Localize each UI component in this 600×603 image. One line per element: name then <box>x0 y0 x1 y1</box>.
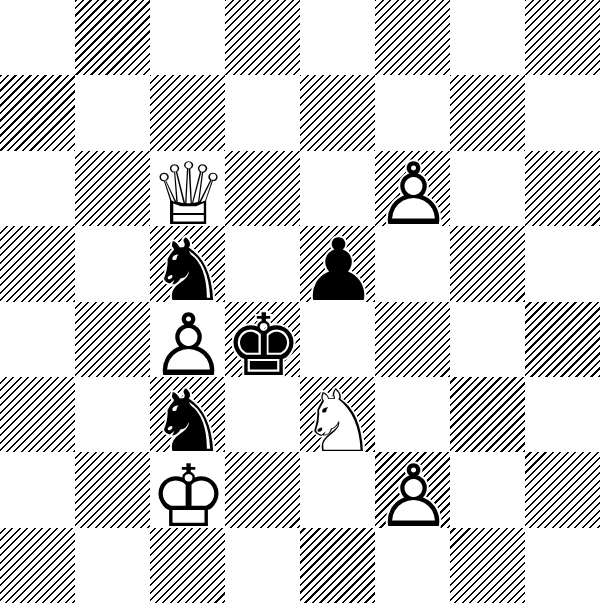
square-e3[interactable]: ♞♘ <box>300 377 375 452</box>
square-e5[interactable]: ♟♟ <box>300 226 375 301</box>
square-a8[interactable] <box>0 0 75 75</box>
square-b7[interactable] <box>75 75 150 150</box>
square-c4[interactable]: ♟♙ <box>150 302 225 377</box>
square-c7[interactable] <box>150 75 225 150</box>
piece-black-king[interactable]: ♚♚ <box>225 302 300 377</box>
square-a1[interactable] <box>0 528 75 603</box>
square-a6[interactable] <box>0 151 75 226</box>
chess-diagram: ♛♕♟♙♞♞♟♟♟♙♚♚♞♞♞♘♚♔♟♙ <box>0 0 600 603</box>
piece-black-knight[interactable]: ♞♞ <box>150 226 225 301</box>
square-c6[interactable]: ♛♕ <box>150 151 225 226</box>
piece-white-pawn[interactable]: ♟♙ <box>375 151 450 226</box>
square-f3[interactable] <box>375 377 450 452</box>
square-b8[interactable] <box>75 0 150 75</box>
square-c8[interactable] <box>150 0 225 75</box>
chess-board: ♛♕♟♙♞♞♟♟♟♙♚♚♞♞♞♘♚♔♟♙ <box>0 0 600 603</box>
piece-glyph: ♘ <box>300 378 375 464</box>
square-d4[interactable]: ♚♚ <box>225 302 300 377</box>
square-b5[interactable] <box>75 226 150 301</box>
square-a2[interactable] <box>0 452 75 527</box>
square-d6[interactable] <box>225 151 300 226</box>
square-g7[interactable] <box>450 75 525 150</box>
square-g8[interactable] <box>450 0 525 75</box>
square-f2[interactable]: ♟♙ <box>375 452 450 527</box>
piece-glyph: ♙ <box>375 453 450 539</box>
square-c2[interactable]: ♚♔ <box>150 452 225 527</box>
square-d2[interactable] <box>225 452 300 527</box>
square-g5[interactable] <box>450 226 525 301</box>
square-f4[interactable] <box>375 302 450 377</box>
square-e7[interactable] <box>300 75 375 150</box>
piece-glyph: ♔ <box>150 453 225 539</box>
piece-white-pawn[interactable]: ♟♙ <box>150 302 225 377</box>
piece-glyph: ♙ <box>375 151 450 237</box>
piece-white-king[interactable]: ♚♔ <box>150 452 225 527</box>
piece-white-queen[interactable]: ♛♕ <box>150 151 225 226</box>
square-g2[interactable] <box>450 452 525 527</box>
piece-black-knight[interactable]: ♞♞ <box>150 377 225 452</box>
square-h1[interactable] <box>525 528 600 603</box>
piece-white-pawn[interactable]: ♟♙ <box>375 452 450 527</box>
piece-glyph: ♚ <box>225 302 300 388</box>
square-a3[interactable] <box>0 377 75 452</box>
square-g1[interactable] <box>450 528 525 603</box>
square-c3[interactable]: ♞♞ <box>150 377 225 452</box>
square-b6[interactable] <box>75 151 150 226</box>
square-h7[interactable] <box>525 75 600 150</box>
square-e1[interactable] <box>300 528 375 603</box>
square-b1[interactable] <box>75 528 150 603</box>
square-h8[interactable] <box>525 0 600 75</box>
square-d8[interactable] <box>225 0 300 75</box>
square-e6[interactable] <box>300 151 375 226</box>
square-f7[interactable] <box>375 75 450 150</box>
square-a4[interactable] <box>0 302 75 377</box>
square-c1[interactable] <box>150 528 225 603</box>
square-b2[interactable] <box>75 452 150 527</box>
square-d1[interactable] <box>225 528 300 603</box>
square-f8[interactable] <box>375 0 450 75</box>
square-a5[interactable] <box>0 226 75 301</box>
square-e4[interactable] <box>300 302 375 377</box>
square-e2[interactable] <box>300 452 375 527</box>
square-b3[interactable] <box>75 377 150 452</box>
square-d5[interactable] <box>225 226 300 301</box>
square-g4[interactable] <box>450 302 525 377</box>
square-c5[interactable]: ♞♞ <box>150 226 225 301</box>
square-h3[interactable] <box>525 377 600 452</box>
square-h4[interactable] <box>525 302 600 377</box>
square-h5[interactable] <box>525 226 600 301</box>
square-g6[interactable] <box>450 151 525 226</box>
square-d7[interactable] <box>225 75 300 150</box>
square-f6[interactable]: ♟♙ <box>375 151 450 226</box>
piece-white-knight[interactable]: ♞♘ <box>300 377 375 452</box>
square-f5[interactable] <box>375 226 450 301</box>
square-f1[interactable] <box>375 528 450 603</box>
piece-glyph: ♟ <box>300 227 375 313</box>
piece-black-pawn[interactable]: ♟♟ <box>300 226 375 301</box>
square-a7[interactable] <box>0 75 75 150</box>
square-d3[interactable] <box>225 377 300 452</box>
square-h6[interactable] <box>525 151 600 226</box>
square-h2[interactable] <box>525 452 600 527</box>
square-g3[interactable] <box>450 377 525 452</box>
square-b4[interactable] <box>75 302 150 377</box>
square-e8[interactable] <box>300 0 375 75</box>
